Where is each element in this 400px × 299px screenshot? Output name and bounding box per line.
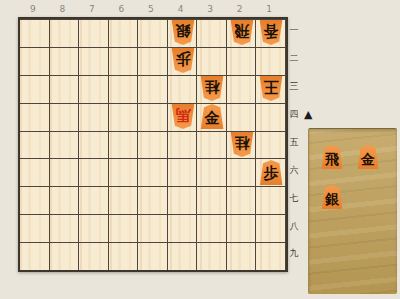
board-square-4三[interactable] — [168, 75, 198, 103]
file-label: 4 — [166, 3, 196, 15]
rank-label: 二 — [288, 45, 300, 73]
file-labels: 987654321 — [18, 3, 284, 15]
board-square-9五[interactable] — [20, 131, 50, 159]
rank-label: 九 — [288, 240, 300, 268]
board-square-5五[interactable] — [138, 131, 168, 159]
file-label: 5 — [136, 3, 166, 15]
board-square-3五[interactable] — [197, 131, 227, 159]
board-square-2七[interactable] — [227, 186, 257, 214]
board-square-1五[interactable] — [256, 131, 286, 159]
board-square-6一[interactable] — [109, 19, 139, 47]
board-square-5八[interactable] — [138, 214, 168, 242]
hand-piece-飛[interactable]: 飛 — [321, 145, 343, 169]
board-square-7六[interactable] — [79, 158, 109, 186]
board-square-3一[interactable] — [197, 19, 227, 47]
board-square-5一[interactable] — [138, 19, 168, 47]
board-square-5九[interactable] — [138, 242, 168, 270]
board-square-9九[interactable] — [20, 242, 50, 270]
rank-label: 六 — [288, 156, 300, 184]
piece-kanji: 飛 — [325, 152, 339, 166]
board-square-1七[interactable] — [256, 186, 286, 214]
board-square-6七[interactable] — [109, 186, 139, 214]
board-square-8三[interactable] — [50, 75, 80, 103]
board-square-8五[interactable] — [50, 131, 80, 159]
board-square-7三[interactable] — [79, 75, 109, 103]
rank-label: 四 — [288, 101, 300, 129]
piece-kanji: 桂 — [205, 80, 220, 95]
board-square-2八[interactable] — [227, 214, 257, 242]
board-square-7四[interactable] — [79, 103, 109, 131]
file-label: 2 — [225, 3, 255, 15]
board-square-6二[interactable] — [109, 47, 139, 75]
rank-label: 一 — [288, 17, 300, 45]
board-square-3七[interactable] — [197, 186, 227, 214]
file-label: 7 — [77, 3, 107, 15]
board-square-4六[interactable] — [168, 158, 198, 186]
board-square-9二[interactable] — [20, 47, 50, 75]
board-square-5二[interactable] — [138, 47, 168, 75]
board-square-2六[interactable] — [227, 158, 257, 186]
board-square-6四[interactable] — [109, 103, 139, 131]
board-square-8二[interactable] — [50, 47, 80, 75]
file-label: 1 — [254, 3, 284, 15]
board-square-7九[interactable] — [79, 242, 109, 270]
board-square-1八[interactable] — [256, 214, 286, 242]
board-square-9一[interactable] — [20, 19, 50, 47]
board-square-9四[interactable] — [20, 103, 50, 131]
board-square-1四[interactable] — [256, 103, 286, 131]
rank-label: 五 — [288, 129, 300, 157]
board-square-5七[interactable] — [138, 186, 168, 214]
board-square-3九[interactable] — [197, 242, 227, 270]
board-square-9七[interactable] — [20, 186, 50, 214]
shogi-diagram: 987654321 香飛銀歩王桂金馬桂歩 一二三四五六七八九 ▲ 飛金銀 — [0, 0, 400, 299]
board-square-4七[interactable] — [168, 186, 198, 214]
board-square-5六[interactable] — [138, 158, 168, 186]
rank-label: 七 — [288, 184, 300, 212]
board-square-2四[interactable] — [227, 103, 257, 131]
board-square-6八[interactable] — [109, 214, 139, 242]
board-square-3二[interactable] — [197, 47, 227, 75]
piece-kanji: 飛 — [234, 24, 249, 39]
board-square-9六[interactable] — [20, 158, 50, 186]
board-square-8八[interactable] — [50, 214, 80, 242]
board-square-6五[interactable] — [109, 131, 139, 159]
komadai-sente-hand: 飛金銀 — [308, 128, 397, 294]
file-label: 3 — [195, 3, 225, 15]
board-square-2三[interactable] — [227, 75, 257, 103]
board-square-5四[interactable] — [138, 103, 168, 131]
board-square-7五[interactable] — [79, 131, 109, 159]
rank-label: 三 — [288, 73, 300, 101]
board-square-9八[interactable] — [20, 214, 50, 242]
piece-kanji: 銀 — [175, 24, 190, 39]
piece-kanji: 銀 — [325, 192, 339, 206]
board-square-7二[interactable] — [79, 47, 109, 75]
hand-piece-銀[interactable]: 銀 — [321, 185, 343, 209]
board-square-8四[interactable] — [50, 103, 80, 131]
board-square-4五[interactable] — [168, 131, 198, 159]
piece-kanji: 馬 — [175, 108, 190, 123]
piece-kanji: 桂 — [234, 136, 249, 151]
piece-kanji: 金 — [361, 152, 375, 166]
rank-label: 八 — [288, 212, 300, 240]
file-label: 9 — [18, 3, 48, 15]
rank-labels: 一二三四五六七八九 — [288, 17, 300, 268]
piece-kanji: 歩 — [264, 166, 279, 181]
board-square-2九[interactable] — [227, 242, 257, 270]
piece-kanji: 金 — [205, 111, 220, 126]
board-square-2二[interactable] — [227, 47, 257, 75]
board-square-5三[interactable] — [138, 75, 168, 103]
board-square-7八[interactable] — [79, 214, 109, 242]
board-square-8九[interactable] — [50, 242, 80, 270]
board-square-6九[interactable] — [109, 242, 139, 270]
piece-kanji: 香 — [264, 24, 279, 39]
board-square-8六[interactable] — [50, 158, 80, 186]
sente-to-move-marker: ▲ — [304, 109, 312, 120]
board-square-7一[interactable] — [79, 19, 109, 47]
board-square-8七[interactable] — [50, 186, 80, 214]
board-square-6六[interactable] — [109, 158, 139, 186]
board-square-6三[interactable] — [109, 75, 139, 103]
piece-kanji: 歩 — [175, 52, 190, 67]
file-label: 6 — [107, 3, 137, 15]
board-square-3六[interactable] — [197, 158, 227, 186]
hand-piece-金[interactable]: 金 — [357, 145, 379, 169]
file-label: 8 — [48, 3, 78, 15]
board-square-9三[interactable] — [20, 75, 50, 103]
piece-kanji: 王 — [264, 80, 279, 95]
board-square-4八[interactable] — [168, 214, 198, 242]
board-square-1九[interactable] — [256, 242, 286, 270]
board-square-1二[interactable] — [256, 47, 286, 75]
board-square-8一[interactable] — [50, 19, 80, 47]
board-square-3八[interactable] — [197, 214, 227, 242]
board-square-7七[interactable] — [79, 186, 109, 214]
shogi-board[interactable]: 香飛銀歩王桂金馬桂歩 — [18, 17, 288, 272]
board-square-4九[interactable] — [168, 242, 198, 270]
